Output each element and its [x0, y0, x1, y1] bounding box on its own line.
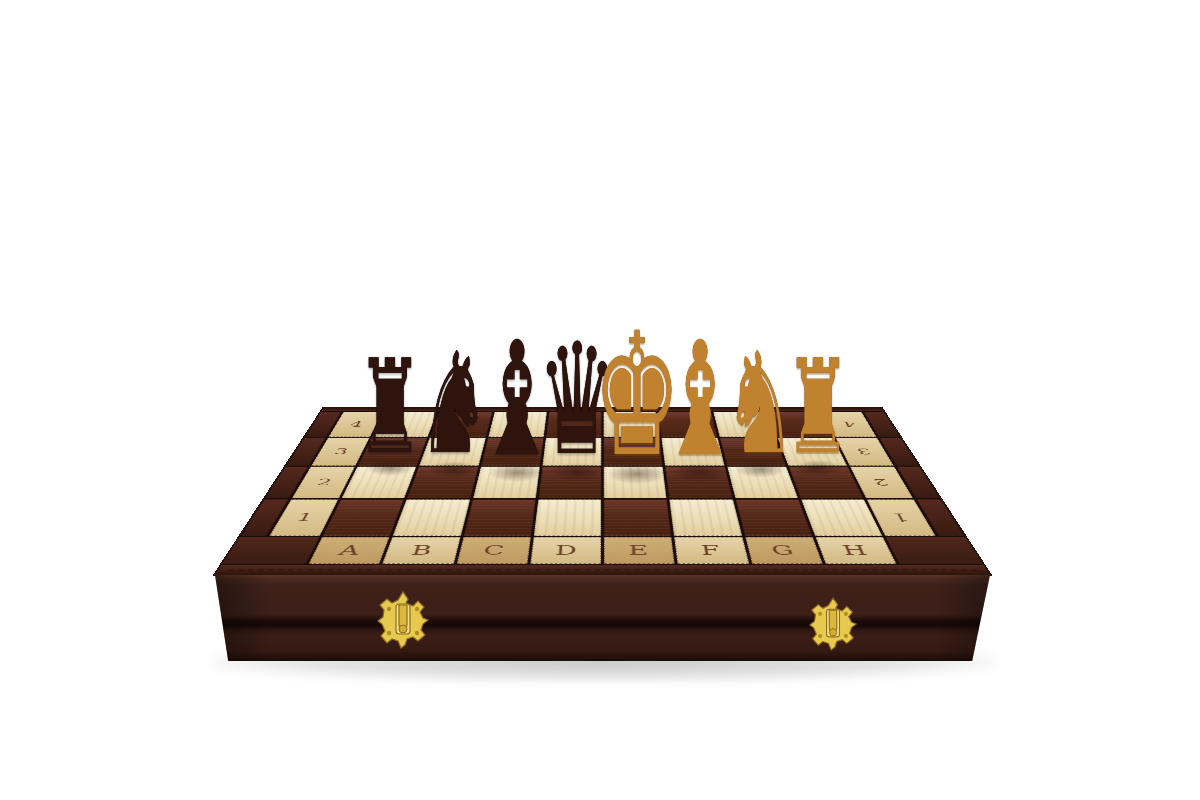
file-label-g: G: [745, 537, 823, 564]
brass-latch-left: [377, 591, 429, 649]
piece-shadow: [429, 461, 479, 478]
corner-right: [886, 537, 983, 564]
box-front-panel: [215, 575, 990, 661]
square-b1: [393, 499, 470, 535]
piece-black-rook-a4: ♜: [356, 342, 424, 472]
square-e1: [604, 499, 672, 535]
file-label-e: E: [604, 537, 675, 564]
square-g1: [735, 499, 812, 535]
file-label-c: C: [456, 537, 530, 564]
square-f1: [670, 499, 742, 535]
corner-left: [222, 537, 319, 564]
file-label-b: B: [382, 537, 460, 564]
brass-latch-right: [809, 597, 857, 651]
file-label-h: H: [815, 537, 896, 564]
board-front-frame: [215, 565, 990, 575]
rank-label-right-text: 2: [871, 477, 891, 488]
square-c1: [463, 499, 535, 535]
file-label-d: D: [530, 537, 601, 564]
piece-shadow: [735, 461, 785, 478]
piece-shadow: [795, 460, 842, 476]
rank-label-right-text: 1: [889, 511, 911, 523]
file-label-a: A: [309, 537, 390, 564]
file-label-f: F: [674, 537, 748, 564]
piece-shadow: [672, 463, 729, 482]
rank-label-right-text: 3: [855, 447, 873, 456]
piece-white-rook-h4: ♜: [784, 342, 852, 472]
square-d1: [534, 499, 602, 535]
piece-shadow: [367, 460, 414, 476]
